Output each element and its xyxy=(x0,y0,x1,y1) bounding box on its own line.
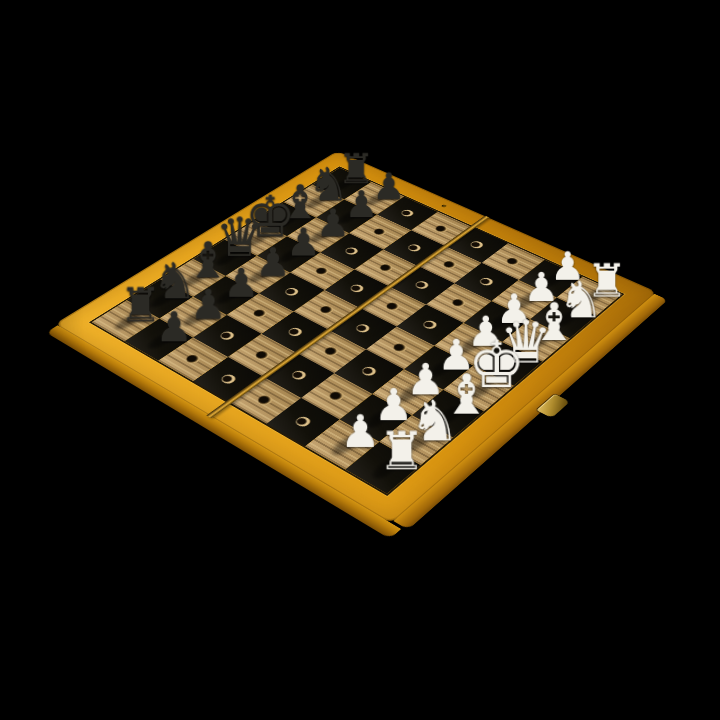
piece-black-pawn-f7[interactable]: ♟ xyxy=(316,204,350,242)
square-a2[interactable]: ♟ xyxy=(305,420,379,470)
piece-black-pawn-a7[interactable]: ♟ xyxy=(155,306,192,347)
piece-white-rook-a1[interactable]: ♜ xyxy=(378,425,425,478)
piece-black-pawn-e7[interactable]: ♟ xyxy=(286,223,320,261)
piece-black-pawn-b7[interactable]: ♟ xyxy=(190,284,226,325)
board-frame: ♜♞♝♛♚♝♞♜♟♟♟♟♟♟♟♟♟♟♟♟♟♟♟♟♜♞♝♚♛♝♞♜ xyxy=(54,151,657,524)
board-grid: ♜♞♝♛♚♝♞♜♟♟♟♟♟♟♟♟♟♟♟♟♟♟♟♟♜♞♝♚♛♝♞♜ xyxy=(92,168,622,494)
photo-background: ♜♞♝♛♚♝♞♜♟♟♟♟♟♟♟♟♟♟♟♟♟♟♟♟♜♞♝♚♛♝♞♜ xyxy=(0,0,720,720)
chess-board: ♜♞♝♛♚♝♞♜♟♟♟♟♟♟♟♟♟♟♟♟♟♟♟♟♜♞♝♚♛♝♞♜ xyxy=(54,151,657,524)
frame-screw-dot xyxy=(441,204,447,208)
piece-white-pawn-a2[interactable]: ♟ xyxy=(340,409,380,454)
piece-black-pawn-c7[interactable]: ♟ xyxy=(223,263,259,303)
piece-black-pawn-d7[interactable]: ♟ xyxy=(255,243,290,282)
